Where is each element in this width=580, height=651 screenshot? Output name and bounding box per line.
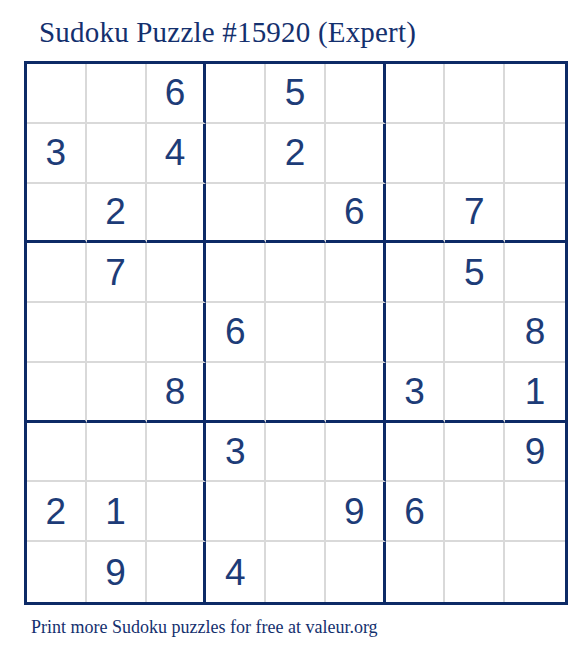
cell-r9c9[interactable] xyxy=(505,542,565,602)
cell-r4c7[interactable] xyxy=(386,243,446,303)
cell-r7c7[interactable] xyxy=(386,423,446,483)
cell-r1c3-given[interactable]: 6 xyxy=(147,64,207,124)
cell-r3c7[interactable] xyxy=(386,184,446,244)
cell-r2c7[interactable] xyxy=(386,124,446,184)
cell-r6c8[interactable] xyxy=(445,363,505,423)
cell-r9c1[interactable] xyxy=(27,542,87,602)
cell-r4c2-given[interactable]: 7 xyxy=(87,243,147,303)
cell-r5c5[interactable] xyxy=(266,303,326,363)
cell-r9c8[interactable] xyxy=(445,542,505,602)
cell-r4c6[interactable] xyxy=(326,243,386,303)
cell-r5c8[interactable] xyxy=(445,303,505,363)
cell-r4c3[interactable] xyxy=(147,243,207,303)
sudoku-board: 65342267756883139219694 xyxy=(24,61,568,605)
cell-r2c5-given[interactable]: 2 xyxy=(266,124,326,184)
cell-r7c2[interactable] xyxy=(87,423,147,483)
cell-r6c3-given[interactable]: 8 xyxy=(147,363,207,423)
cell-r2c1-given[interactable]: 3 xyxy=(27,124,87,184)
cell-r2c8[interactable] xyxy=(445,124,505,184)
cell-r6c6[interactable] xyxy=(326,363,386,423)
cell-r3c2-given[interactable]: 2 xyxy=(87,184,147,244)
cell-r1c8[interactable] xyxy=(445,64,505,124)
cell-r3c9[interactable] xyxy=(505,184,565,244)
cell-r8c3[interactable] xyxy=(147,482,207,542)
cell-r9c7[interactable] xyxy=(386,542,446,602)
cell-r6c5[interactable] xyxy=(266,363,326,423)
cell-r3c4[interactable] xyxy=(206,184,266,244)
cell-r5c7[interactable] xyxy=(386,303,446,363)
cell-r8c6-given[interactable]: 9 xyxy=(326,482,386,542)
cell-r6c1[interactable] xyxy=(27,363,87,423)
cell-r1c7[interactable] xyxy=(386,64,446,124)
cell-r7c5[interactable] xyxy=(266,423,326,483)
cell-r4c1[interactable] xyxy=(27,243,87,303)
cell-r2c2[interactable] xyxy=(87,124,147,184)
cell-r9c4-given[interactable]: 4 xyxy=(206,542,266,602)
cell-r6c9-given[interactable]: 1 xyxy=(505,363,565,423)
footer-text: Print more Sudoku puzzles for free at va… xyxy=(31,617,378,638)
cell-r7c8[interactable] xyxy=(445,423,505,483)
cell-r7c6[interactable] xyxy=(326,423,386,483)
page-title: Sudoku Puzzle #15920 (Expert) xyxy=(39,16,416,49)
cell-r5c2[interactable] xyxy=(87,303,147,363)
cell-r1c4[interactable] xyxy=(206,64,266,124)
cell-r2c9[interactable] xyxy=(505,124,565,184)
cell-r4c4[interactable] xyxy=(206,243,266,303)
cell-r8c7-given[interactable]: 6 xyxy=(386,482,446,542)
cell-r3c8-given[interactable]: 7 xyxy=(445,184,505,244)
cell-r1c1[interactable] xyxy=(27,64,87,124)
cell-r4c5[interactable] xyxy=(266,243,326,303)
cell-r1c2[interactable] xyxy=(87,64,147,124)
cell-r8c9[interactable] xyxy=(505,482,565,542)
cell-r5c1[interactable] xyxy=(27,303,87,363)
cell-r1c6[interactable] xyxy=(326,64,386,124)
cell-r7c4-given[interactable]: 3 xyxy=(206,423,266,483)
cell-r4c8-given[interactable]: 5 xyxy=(445,243,505,303)
cell-r7c1[interactable] xyxy=(27,423,87,483)
cell-r2c3-given[interactable]: 4 xyxy=(147,124,207,184)
cell-r9c5[interactable] xyxy=(266,542,326,602)
cell-r8c2-given[interactable]: 1 xyxy=(87,482,147,542)
cell-r8c5[interactable] xyxy=(266,482,326,542)
cell-r8c1-given[interactable]: 2 xyxy=(27,482,87,542)
cell-r5c4-given[interactable]: 6 xyxy=(206,303,266,363)
cell-r1c5-given[interactable]: 5 xyxy=(266,64,326,124)
cell-r6c4[interactable] xyxy=(206,363,266,423)
cell-r6c2[interactable] xyxy=(87,363,147,423)
cell-r2c4[interactable] xyxy=(206,124,266,184)
cell-r5c6[interactable] xyxy=(326,303,386,363)
cell-r9c6[interactable] xyxy=(326,542,386,602)
cell-r4c9[interactable] xyxy=(505,243,565,303)
cell-r8c8[interactable] xyxy=(445,482,505,542)
cell-r7c9-given[interactable]: 9 xyxy=(505,423,565,483)
cell-r3c6-given[interactable]: 6 xyxy=(326,184,386,244)
cell-r8c4[interactable] xyxy=(206,482,266,542)
cell-r3c1[interactable] xyxy=(27,184,87,244)
cell-r3c3[interactable] xyxy=(147,184,207,244)
cell-r2c6[interactable] xyxy=(326,124,386,184)
sudoku-page: Sudoku Puzzle #15920 (Expert) 6534226775… xyxy=(0,0,580,651)
cell-r7c3[interactable] xyxy=(147,423,207,483)
cell-r9c2-given[interactable]: 9 xyxy=(87,542,147,602)
cell-r9c3[interactable] xyxy=(147,542,207,602)
cell-r1c9[interactable] xyxy=(505,64,565,124)
cell-r3c5[interactable] xyxy=(266,184,326,244)
cell-r5c9-given[interactable]: 8 xyxy=(505,303,565,363)
cell-r5c3[interactable] xyxy=(147,303,207,363)
cell-r6c7-given[interactable]: 3 xyxy=(386,363,446,423)
